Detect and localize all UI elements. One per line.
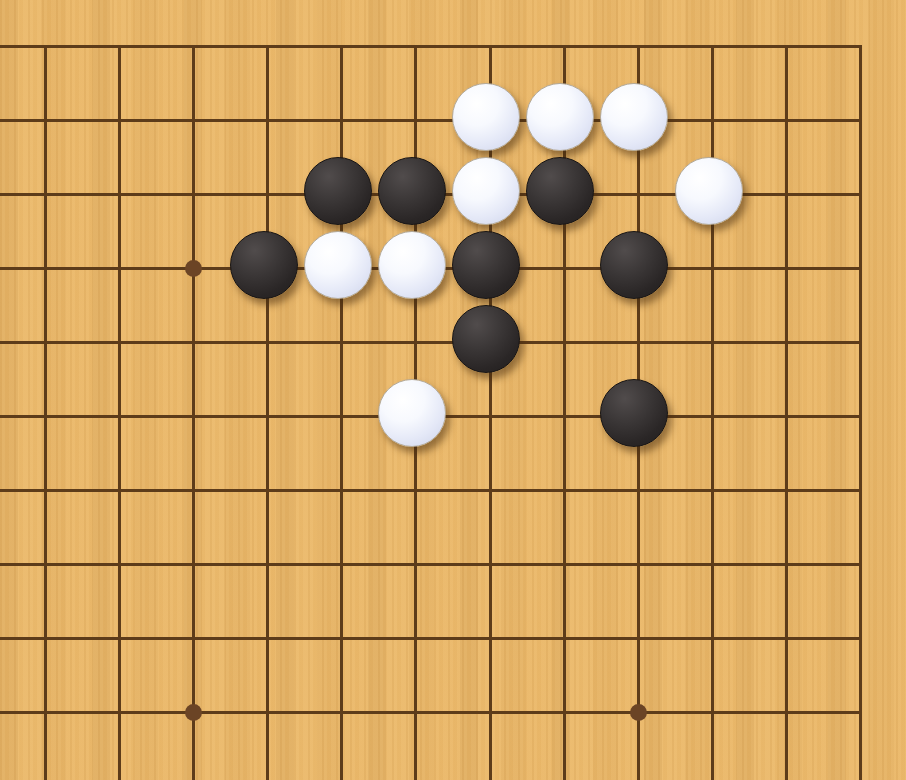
stone-black-O15 <box>452 305 520 373</box>
stone-black-O16 <box>452 231 520 299</box>
go-app-screen <box>0 0 906 780</box>
stone-white-N14 <box>378 379 446 447</box>
stone-white-N16 <box>378 231 446 299</box>
stone-white-O18 <box>452 83 520 151</box>
stone-white-Q18 <box>600 83 668 151</box>
stone-black-Q16 <box>600 231 668 299</box>
stone-white-O17 <box>452 157 520 225</box>
stone-white-M16 <box>304 231 372 299</box>
stone-black-P17 <box>526 157 594 225</box>
go-board[interactable] <box>0 0 906 780</box>
stone-black-Q14 <box>600 379 668 447</box>
stone-white-R17 <box>675 157 743 225</box>
stone-black-L16 <box>230 231 298 299</box>
stone-black-N17 <box>378 157 446 225</box>
stone-white-P18 <box>526 83 594 151</box>
stones-grid <box>4 6 894 746</box>
stone-black-M17 <box>304 157 372 225</box>
